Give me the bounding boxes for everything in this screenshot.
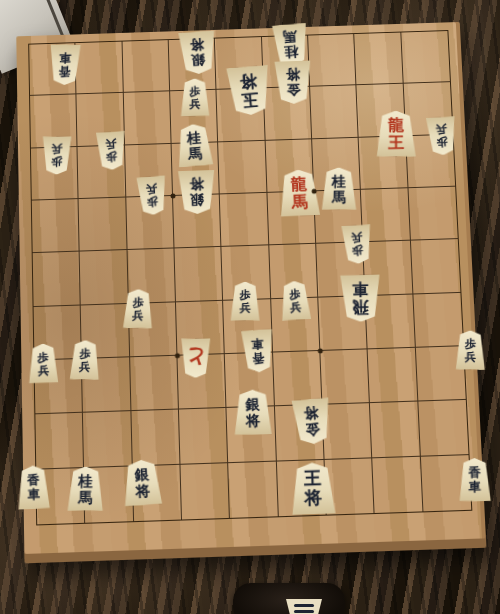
kanji-glyph: 将 [246,413,260,428]
kanji-stroke [294,604,314,607]
kanji-glyph: 歩 [352,245,364,257]
kanji-glyph: 龍 [290,176,307,193]
kanji-glyph: 王 [304,470,322,488]
kanji-glyph: 香 [469,466,481,478]
kanji-glyph: 銀 [246,396,260,410]
shogi-piece-pawn-gote[interactable]: 歩兵 [426,116,459,156]
kanji-glyph: 馬 [291,194,308,211]
shogi-piece-knight-sente[interactable]: 桂馬 [67,467,104,511]
kanji-glyph: 歩 [51,156,62,167]
shogi-piece-silver-gote[interactable]: 銀将 [178,30,218,75]
kanji-glyph: 飛 [353,299,369,315]
kanji-glyph: 金 [304,421,319,436]
shogi-piece-silver-sente[interactable]: 銀将 [122,459,163,507]
shogi-piece-tokin-gote[interactable]: と [181,339,211,379]
kanji-glyph: 歩 [437,136,449,147]
kanji-glyph: 香 [58,65,70,77]
kanji-glyph: 将 [285,68,299,82]
kanji-glyph: 将 [190,38,205,52]
kanji-glyph: 桂 [187,130,202,145]
kanji-glyph: 兵 [105,139,117,150]
kanji-glyph: 桂 [79,473,93,487]
shogi-piece-pawn-gote[interactable]: 歩兵 [136,176,169,217]
kanji-glyph: 香 [27,474,40,487]
kanji-glyph: 兵 [132,309,143,320]
shogi-piece-pawn-gote[interactable]: 歩兵 [41,136,71,174]
kanji-glyph: 馬 [188,145,203,160]
kanji-glyph: 将 [303,405,318,420]
kanji-glyph: 兵 [289,301,301,313]
kanji-stroke [294,610,314,613]
spare-piece-bottom-edge [286,599,322,614]
kanji-glyph: 車 [59,52,71,64]
kanji-glyph: と [186,348,207,368]
shogi-piece-silver-sente[interactable]: 銀将 [233,389,272,434]
kanji-glyph: 銀 [191,53,206,67]
kanji-glyph: 将 [239,73,257,91]
shogi-piece-king-sente[interactable]: 王将 [290,462,337,515]
shogi-piece-silver-gote[interactable]: 銀将 [178,170,217,215]
kanji-glyph: 兵 [436,124,448,135]
kanji-glyph: 車 [251,338,264,351]
shogi-piece-lance-gote[interactable]: 香車 [240,329,275,374]
shogi-piece-pawn-sente[interactable]: 歩兵 [28,343,59,383]
kanji-glyph: 玉 [241,91,259,109]
kanji-glyph: 歩 [106,151,118,162]
shogi-piece-knight-sente[interactable]: 桂馬 [175,123,214,168]
kanji-glyph: 歩 [190,86,201,97]
kanji-glyph: 銀 [134,467,149,482]
kanji-glyph: 車 [27,488,40,501]
kanji-glyph: 歩 [288,288,300,300]
kanji-glyph: 桂 [284,45,299,60]
shogi-piece-pawn-gote[interactable]: 歩兵 [341,224,374,265]
shogi-piece-gold-gote[interactable]: 金将 [290,397,332,445]
kanji-glyph: 龍 [388,117,404,133]
kanji-glyph: 兵 [190,98,201,109]
kanji-glyph: 歩 [132,296,143,307]
kanji-glyph: 歩 [147,197,159,209]
shogi-piece-pawn-sente[interactable]: 歩兵 [122,288,153,328]
kanji-glyph: 車 [352,281,368,297]
kanji-glyph: 馬 [332,190,346,204]
kanji-glyph: 歩 [240,289,251,300]
kanji-glyph: 兵 [240,302,251,313]
shogi-board: 香車銀将桂馬歩兵玉将金将歩兵歩兵桂馬龍王歩兵歩兵銀将龍馬桂馬歩兵歩兵歩兵歩兵飛車… [16,22,486,563]
shogi-piece-pawn-gote[interactable]: 歩兵 [96,131,128,171]
kanji-glyph: 車 [469,481,481,493]
shogi-piece-pawn-sente[interactable]: 歩兵 [230,281,260,320]
pieces-layer: 香車銀将桂馬歩兵玉将金将歩兵歩兵桂馬龍王歩兵歩兵銀将龍馬桂馬歩兵歩兵歩兵歩兵飛車… [28,30,472,525]
shogi-piece-pawn-sente[interactable]: 歩兵 [69,340,100,380]
kanji-glyph: 王 [388,134,404,150]
kanji-glyph: 兵 [38,364,49,376]
shogi-piece-rook-gote[interactable]: 飛車 [339,274,381,322]
kanji-glyph: 歩 [38,351,49,362]
board-grid-area: 香車銀将桂馬歩兵玉将金将歩兵歩兵桂馬龍王歩兵歩兵銀将龍馬桂馬歩兵歩兵歩兵歩兵飛車… [28,30,472,525]
shogi-piece-king-gote[interactable]: 玉将 [225,65,272,117]
kanji-glyph: 兵 [79,361,90,372]
kanji-glyph: 将 [190,178,204,192]
kanji-glyph: 兵 [146,184,158,196]
shogi-piece-dragon-sente[interactable]: 龍王 [375,111,416,157]
kanji-glyph: 金 [286,83,300,97]
shogi-piece-lance-gote[interactable]: 香車 [48,44,81,85]
kanji-glyph: 兵 [465,351,476,362]
kanji-glyph: 将 [304,489,322,507]
kanji-glyph: 馬 [282,30,297,45]
shogi-piece-knight-gote[interactable]: 桂馬 [271,22,310,66]
kanji-glyph: 将 [135,483,150,498]
shogi-piece-pawn-sente[interactable]: 歩兵 [180,78,210,116]
kanji-glyph: 兵 [51,144,62,155]
kanji-glyph: 歩 [80,348,91,359]
shogi-piece-knight-sente[interactable]: 桂馬 [321,168,357,210]
kanji-glyph: 桂 [332,174,346,188]
shogi-piece-pawn-sente[interactable]: 歩兵 [278,279,311,320]
kanji-glyph: 兵 [351,232,363,244]
kanji-glyph: 銀 [190,193,204,207]
shogi-piece-gold-gote[interactable]: 金将 [273,61,312,105]
kanji-glyph: 香 [252,352,265,365]
kanji-glyph: 馬 [78,490,92,504]
kanji-glyph: 歩 [465,338,476,349]
